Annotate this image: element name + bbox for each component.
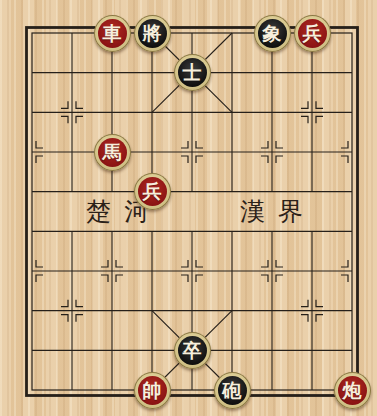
piece-disc: 兵 bbox=[298, 19, 327, 48]
xiangqi-board[interactable]: 楚河 漢界 車將象兵士馬兵卒帥砲炮 bbox=[0, 0, 377, 416]
piece-disc: 將 bbox=[138, 19, 167, 48]
piece-glyph: 馬 bbox=[103, 143, 122, 162]
piece-red-cannon[interactable]: 炮 bbox=[334, 372, 371, 409]
piece-black-elephant[interactable]: 象 bbox=[254, 15, 291, 52]
piece-red-soldier-a[interactable]: 兵 bbox=[294, 15, 331, 52]
piece-disc: 炮 bbox=[338, 376, 367, 405]
piece-black-cannon[interactable]: 砲 bbox=[214, 372, 251, 409]
piece-glyph: 卒 bbox=[183, 341, 202, 360]
piece-disc: 帥 bbox=[138, 376, 167, 405]
piece-glyph: 砲 bbox=[223, 381, 242, 400]
piece-disc: 車 bbox=[98, 19, 127, 48]
piece-disc: 士 bbox=[178, 58, 207, 87]
piece-red-chariot[interactable]: 車 bbox=[94, 15, 131, 52]
piece-red-general[interactable]: 帥 bbox=[134, 372, 171, 409]
piece-glyph: 象 bbox=[263, 24, 282, 43]
piece-black-soldier[interactable]: 卒 bbox=[174, 332, 211, 369]
piece-disc: 馬 bbox=[98, 138, 127, 167]
piece-disc: 兵 bbox=[138, 177, 167, 206]
piece-glyph: 兵 bbox=[303, 24, 322, 43]
piece-red-soldier-b[interactable]: 兵 bbox=[134, 173, 171, 210]
piece-glyph: 車 bbox=[103, 24, 122, 43]
piece-disc: 砲 bbox=[218, 376, 247, 405]
piece-black-advisor[interactable]: 士 bbox=[174, 54, 211, 91]
piece-disc: 卒 bbox=[178, 336, 207, 365]
piece-disc: 象 bbox=[258, 19, 287, 48]
piece-glyph: 帥 bbox=[143, 381, 162, 400]
piece-red-horse[interactable]: 馬 bbox=[94, 134, 131, 171]
piece-glyph: 將 bbox=[143, 24, 162, 43]
piece-glyph: 兵 bbox=[143, 182, 162, 201]
piece-glyph: 炮 bbox=[343, 381, 362, 400]
piece-black-general[interactable]: 將 bbox=[134, 15, 171, 52]
piece-glyph: 士 bbox=[183, 63, 202, 82]
river-label-right: 漢界 bbox=[240, 199, 316, 224]
